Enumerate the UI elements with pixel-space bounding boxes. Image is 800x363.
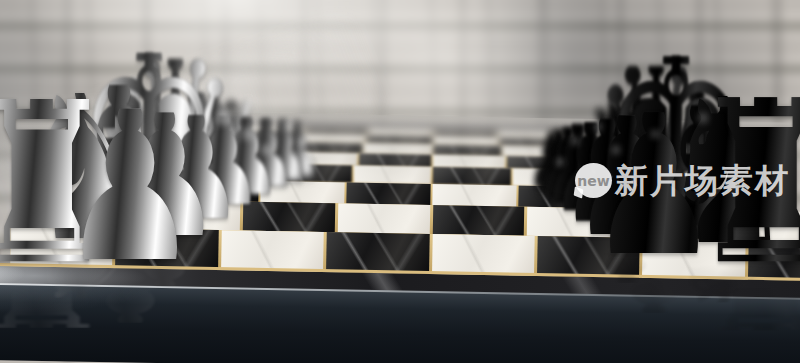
- stock-photo-chess-scene: ♜♜♞♞♝♚♛♝♞♜♟♟♟♟♟♟♟♟♟♟♜♜♞♞♝♚♛♝♞♜♟♟♟♟♟♟♟♟♟♟…: [0, 0, 800, 363]
- board-square: [432, 234, 535, 276]
- watermark-new-badge: new: [575, 163, 612, 198]
- watermark: new 新片场素材: [575, 163, 790, 198]
- watermark-text: 新片场素材: [615, 163, 790, 198]
- board-square: [432, 205, 524, 236]
- board-square: [326, 232, 429, 274]
- silver-pawn: ♟: [60, 108, 201, 261]
- board-square: [337, 203, 429, 234]
